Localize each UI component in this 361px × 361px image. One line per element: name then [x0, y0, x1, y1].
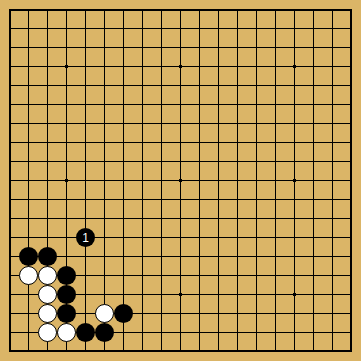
black-stone-B6[interactable] [19, 247, 38, 266]
black-stone-D4[interactable] [57, 285, 76, 304]
white-stone-C2[interactable] [38, 323, 57, 342]
white-stone-C4[interactable] [38, 285, 57, 304]
go-board[interactable]: 1 [0, 0, 361, 361]
white-stone-F3[interactable] [95, 304, 114, 323]
white-stone-B5[interactable] [19, 266, 38, 285]
move-number-label: 1 [82, 231, 89, 243]
black-stone-F2[interactable] [95, 323, 114, 342]
white-stone-D2[interactable] [57, 323, 76, 342]
white-stone-C3[interactable] [38, 304, 57, 323]
move-1-black-stone-E7[interactable]: 1 [76, 228, 95, 247]
white-stone-C5[interactable] [38, 266, 57, 285]
black-stone-D3[interactable] [57, 304, 76, 323]
black-stone-G3[interactable] [114, 304, 133, 323]
black-stone-E2[interactable] [76, 323, 95, 342]
stones-grid: 1 [0, 0, 361, 361]
black-stone-D5[interactable] [57, 266, 76, 285]
black-stone-C6[interactable] [38, 247, 57, 266]
